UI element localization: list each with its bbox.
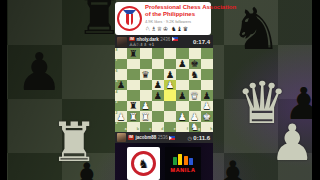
- square-e5: ♟: [164, 80, 176, 91]
- square-g8: [189, 48, 201, 59]
- square-d3: [152, 101, 164, 112]
- white-king: ♚: [201, 111, 213, 122]
- square-h7: [201, 59, 213, 70]
- square-e2: [164, 111, 176, 122]
- player-name-bottom: jacobm88: [135, 135, 156, 140]
- square-f3: [176, 101, 188, 112]
- square-b3: ♜: [127, 101, 139, 112]
- channel-card[interactable]: Professional Chess Association of the Ph…: [115, 2, 211, 35]
- black-queen: ♛: [140, 69, 152, 80]
- white-pawn: ♟: [189, 111, 201, 122]
- pcap-logo-icon: [117, 6, 142, 31]
- channel-title-line2: of the Philippines: [145, 11, 209, 18]
- clock-icon: ◷: [187, 135, 191, 141]
- player-rating-bottom: 2536: [158, 135, 168, 140]
- square-a2: 2♟: [115, 111, 127, 122]
- letterbox-left: [0, 0, 7, 180]
- square-c2: ♜: [140, 111, 152, 122]
- black-pawn: ♟: [115, 80, 127, 91]
- white-rook: ♜: [140, 111, 152, 122]
- rank-label: 4: [116, 91, 118, 95]
- white-pawn: ♟: [140, 101, 152, 112]
- background-black-piece: ♟: [214, 156, 252, 180]
- square-g3: [189, 101, 201, 112]
- avatar-bottom-player: [117, 133, 126, 142]
- square-d7: [152, 59, 164, 70]
- square-a4: 4: [115, 90, 127, 101]
- black-rook: ♜: [127, 101, 139, 112]
- square-h1: h: [201, 122, 213, 133]
- black-pawn: ♟: [176, 59, 188, 70]
- black-pawn: ♟: [201, 90, 213, 101]
- square-e8: [164, 48, 176, 59]
- black-pawn: ♟: [152, 80, 164, 91]
- background-black-piece: ♟: [16, 46, 63, 98]
- chess-piece-glyph-row: ♘♗♕♔ ♞♝♛: [145, 25, 209, 32]
- square-a7: 7: [115, 59, 127, 70]
- white-pawn: ♟: [164, 80, 176, 91]
- channel-title-line1: Professional Chess Association: [145, 4, 209, 11]
- square-a3: 3: [115, 101, 127, 112]
- square-c5: [140, 80, 152, 91]
- square-c7: [140, 59, 152, 70]
- rank-label: 8: [116, 49, 118, 53]
- captured-pieces-top: ♙♙♘♗♗: [129, 42, 147, 47]
- letterbox-right: [312, 0, 320, 180]
- clock-top: 0:17.4: [193, 39, 210, 45]
- square-f8: [176, 48, 188, 59]
- background-black-piece: ♟: [68, 158, 106, 180]
- square-g1: g♞: [189, 122, 201, 133]
- clock-bottom: ◷ 0:11.6: [187, 135, 210, 141]
- manila-label: MANILA: [171, 167, 196, 173]
- white-pawn: ♟: [115, 111, 127, 122]
- white-pawn: ♟: [176, 111, 188, 122]
- channel-subtext: 4.9K likes · 9.2K followers: [145, 19, 209, 24]
- stream-column: Professional Chess Association of the Ph…: [115, 0, 213, 180]
- square-d8: [152, 48, 164, 59]
- square-d4: ♟: [152, 90, 164, 101]
- white-pawn: ♟: [201, 101, 213, 112]
- square-f5: [176, 80, 188, 91]
- square-g5: [189, 80, 201, 91]
- black-rook: ♜: [127, 48, 139, 59]
- white-knight: ♞: [189, 122, 201, 133]
- square-f1: f: [176, 122, 188, 133]
- player-rating-top: 2436: [160, 37, 170, 42]
- square-b1: b: [127, 122, 139, 133]
- square-d5: ♟: [152, 80, 164, 91]
- black-pawn: ♟: [152, 90, 164, 101]
- square-h8: [201, 48, 213, 59]
- chess-board: 8♜7♟♚6♛♟♞5♟♟♟4♟♟♛♟3♜♟♟2♟♜♜♟♟♚1abcdefg♞h: [115, 48, 213, 132]
- rank-label: 6: [116, 70, 118, 74]
- square-d6: [152, 69, 164, 80]
- rank-label: 7: [116, 59, 118, 63]
- square-b2: ♜: [127, 111, 139, 122]
- philippines-flag-icon: [172, 37, 178, 41]
- square-g7: ♚: [189, 59, 201, 70]
- square-h3: ♟: [201, 101, 213, 112]
- square-b7: [127, 59, 139, 70]
- black-knight: ♞: [189, 69, 201, 80]
- square-h2: ♚: [201, 111, 213, 122]
- knight-ring-icon: ♞: [131, 151, 156, 176]
- square-a5: 5♟: [115, 80, 127, 91]
- square-g6: ♞: [189, 69, 201, 80]
- square-e3: [164, 101, 176, 112]
- avatar-top-player: [117, 37, 127, 47]
- square-c3: ♟: [140, 101, 152, 112]
- square-e4: [164, 90, 176, 101]
- rank-label: 3: [116, 101, 118, 105]
- square-h4: ♟: [201, 90, 213, 101]
- square-c8: [140, 48, 152, 59]
- file-label: h: [210, 128, 212, 132]
- background-black-piece: ♞: [230, 0, 282, 58]
- square-f4: ♟: [176, 90, 188, 101]
- title-badge-bottom: IM: [128, 135, 134, 140]
- square-c6: ♛: [140, 69, 152, 80]
- black-pawn: ♟: [164, 69, 176, 80]
- white-queen: ♛: [189, 90, 201, 101]
- material-lead-top: +1: [148, 42, 154, 47]
- square-d2: [152, 111, 164, 122]
- square-b4: [127, 90, 139, 101]
- square-h5: [201, 80, 213, 91]
- white-rook: ♜: [127, 111, 139, 122]
- player-bar-bottom: IM jacobm88 2536 ◷ 0:11.6: [115, 132, 213, 143]
- square-b8: ♜: [127, 48, 139, 59]
- square-g2: ♟: [189, 111, 201, 122]
- black-pawn: ♟: [176, 90, 188, 101]
- team-logo-left: ♞: [127, 147, 160, 180]
- team-logos-row: ♞ MANILA: [115, 143, 213, 180]
- square-f6: [176, 69, 188, 80]
- video-frame[interactable]: ♜♟♜♟♞♛♟♟♟ Professional Chess Association…: [0, 0, 320, 180]
- black-king: ♚: [189, 59, 201, 70]
- philippines-flag-icon: [169, 136, 175, 140]
- square-c1: c: [140, 122, 152, 133]
- square-a1: 1a: [115, 122, 127, 133]
- square-f7: ♟: [176, 59, 188, 70]
- square-h6: [201, 69, 213, 80]
- square-f2: ♟: [176, 111, 188, 122]
- square-a6: 6: [115, 69, 127, 80]
- player-bar-top: IM nholy.dark 2436 ♙♙♘♗♗ +1 0:17.4: [115, 35, 213, 48]
- square-b5: [127, 80, 139, 91]
- square-b6: [127, 69, 139, 80]
- rank-label: 1: [116, 122, 118, 126]
- background-white-piece: ♟: [270, 118, 315, 168]
- square-e7: [164, 59, 176, 70]
- manila-stripes-icon: [173, 154, 194, 165]
- square-a8: 8: [115, 48, 127, 59]
- square-d1: d: [152, 122, 164, 133]
- team-logo-manila: MANILA: [165, 147, 201, 180]
- square-c4: [140, 90, 152, 101]
- square-e1: e: [164, 122, 176, 133]
- square-e6: ♟: [164, 69, 176, 80]
- square-g4: ♛: [189, 90, 201, 101]
